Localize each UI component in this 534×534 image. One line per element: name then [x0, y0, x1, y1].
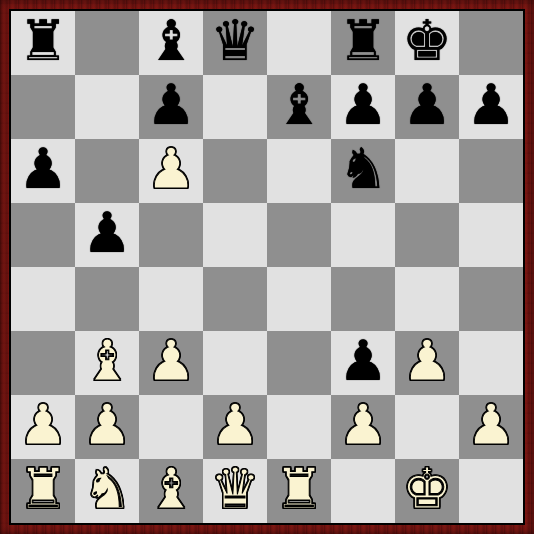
piece-white-knight[interactable]: ♞ [82, 459, 132, 521]
square-f1[interactable] [331, 459, 395, 523]
chess-board: ♜♝♛♜♚♟♝♟♟♟♟♟♞♟♝♟♟♟♟♟♟♟♟♜♞♝♛♜♚ [9, 9, 525, 525]
square-b7[interactable] [75, 75, 139, 139]
square-c7[interactable]: ♟ [139, 75, 203, 139]
square-h5[interactable] [459, 203, 523, 267]
piece-white-bishop[interactable]: ♝ [82, 331, 132, 393]
square-e1[interactable]: ♜ [267, 459, 331, 523]
piece-black-rook[interactable]: ♜ [18, 11, 68, 73]
square-a5[interactable] [11, 203, 75, 267]
square-a6[interactable]: ♟ [11, 139, 75, 203]
square-f7[interactable]: ♟ [331, 75, 395, 139]
square-e6[interactable] [267, 139, 331, 203]
square-d6[interactable] [203, 139, 267, 203]
piece-white-pawn[interactable]: ♟ [402, 331, 452, 393]
square-b8[interactable] [75, 11, 139, 75]
square-a8[interactable]: ♜ [11, 11, 75, 75]
square-a7[interactable] [11, 75, 75, 139]
piece-white-pawn[interactable]: ♟ [82, 395, 132, 457]
square-b2[interactable]: ♟ [75, 395, 139, 459]
piece-white-pawn[interactable]: ♟ [338, 395, 388, 457]
square-a2[interactable]: ♟ [11, 395, 75, 459]
square-g4[interactable] [395, 267, 459, 331]
square-f4[interactable] [331, 267, 395, 331]
square-h7[interactable]: ♟ [459, 75, 523, 139]
square-h4[interactable] [459, 267, 523, 331]
square-h6[interactable] [459, 139, 523, 203]
square-d2[interactable]: ♟ [203, 395, 267, 459]
square-a1[interactable]: ♜ [11, 459, 75, 523]
piece-white-king[interactable]: ♚ [402, 459, 452, 521]
square-b5[interactable]: ♟ [75, 203, 139, 267]
square-c3[interactable]: ♟ [139, 331, 203, 395]
piece-black-knight[interactable]: ♞ [338, 139, 388, 201]
piece-white-rook[interactable]: ♜ [274, 459, 324, 521]
piece-white-rook[interactable]: ♜ [18, 459, 68, 521]
square-f5[interactable] [331, 203, 395, 267]
square-c8[interactable]: ♝ [139, 11, 203, 75]
square-b4[interactable] [75, 267, 139, 331]
square-g1[interactable]: ♚ [395, 459, 459, 523]
piece-black-pawn[interactable]: ♟ [338, 331, 388, 393]
square-e2[interactable] [267, 395, 331, 459]
square-f2[interactable]: ♟ [331, 395, 395, 459]
square-c6[interactable]: ♟ [139, 139, 203, 203]
piece-black-pawn[interactable]: ♟ [338, 75, 388, 137]
piece-black-pawn[interactable]: ♟ [466, 75, 516, 137]
square-a4[interactable] [11, 267, 75, 331]
square-d3[interactable] [203, 331, 267, 395]
square-g5[interactable] [395, 203, 459, 267]
piece-white-pawn[interactable]: ♟ [146, 331, 196, 393]
square-d7[interactable] [203, 75, 267, 139]
square-c2[interactable] [139, 395, 203, 459]
square-g7[interactable]: ♟ [395, 75, 459, 139]
piece-black-king[interactable]: ♚ [402, 11, 452, 73]
piece-black-pawn[interactable]: ♟ [146, 75, 196, 137]
square-c4[interactable] [139, 267, 203, 331]
piece-black-bishop[interactable]: ♝ [274, 75, 324, 137]
square-e5[interactable] [267, 203, 331, 267]
square-e7[interactable]: ♝ [267, 75, 331, 139]
square-h1[interactable] [459, 459, 523, 523]
square-f8[interactable]: ♜ [331, 11, 395, 75]
piece-black-queen[interactable]: ♛ [210, 11, 260, 73]
piece-white-bishop[interactable]: ♝ [146, 459, 196, 521]
square-c1[interactable]: ♝ [139, 459, 203, 523]
square-e4[interactable] [267, 267, 331, 331]
square-d1[interactable]: ♛ [203, 459, 267, 523]
square-g6[interactable] [395, 139, 459, 203]
square-e8[interactable] [267, 11, 331, 75]
square-f6[interactable]: ♞ [331, 139, 395, 203]
square-b6[interactable] [75, 139, 139, 203]
square-d8[interactable]: ♛ [203, 11, 267, 75]
square-f3[interactable]: ♟ [331, 331, 395, 395]
piece-black-bishop[interactable]: ♝ [146, 11, 196, 73]
piece-white-pawn[interactable]: ♟ [18, 395, 68, 457]
piece-black-pawn[interactable]: ♟ [402, 75, 452, 137]
square-b3[interactable]: ♝ [75, 331, 139, 395]
piece-white-pawn[interactable]: ♟ [210, 395, 260, 457]
square-b1[interactable]: ♞ [75, 459, 139, 523]
square-c5[interactable] [139, 203, 203, 267]
square-g2[interactable] [395, 395, 459, 459]
square-g3[interactable]: ♟ [395, 331, 459, 395]
square-d4[interactable] [203, 267, 267, 331]
piece-white-pawn[interactable]: ♟ [146, 139, 196, 201]
square-a3[interactable] [11, 331, 75, 395]
piece-black-rook[interactable]: ♜ [338, 11, 388, 73]
square-h2[interactable]: ♟ [459, 395, 523, 459]
piece-black-pawn[interactable]: ♟ [18, 139, 68, 201]
square-d5[interactable] [203, 203, 267, 267]
piece-white-queen[interactable]: ♛ [210, 459, 260, 521]
piece-white-pawn[interactable]: ♟ [466, 395, 516, 457]
piece-black-pawn[interactable]: ♟ [82, 203, 132, 265]
square-g8[interactable]: ♚ [395, 11, 459, 75]
square-h3[interactable] [459, 331, 523, 395]
chess-board-frame: ♜♝♛♜♚♟♝♟♟♟♟♟♞♟♝♟♟♟♟♟♟♟♟♜♞♝♛♜♚ [0, 0, 534, 534]
square-e3[interactable] [267, 331, 331, 395]
square-h8[interactable] [459, 11, 523, 75]
